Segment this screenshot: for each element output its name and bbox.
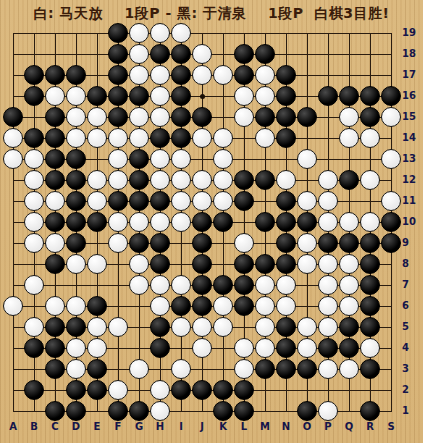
black-stone-F17	[108, 65, 128, 85]
white-stone-Q3	[339, 359, 359, 379]
white-stone-K17	[213, 65, 233, 85]
row-label-1: 1	[402, 405, 423, 416]
black-stone-F11	[108, 191, 128, 211]
white-stone-C9	[45, 233, 65, 253]
column-label-C: C	[45, 421, 65, 432]
black-stone-P16	[318, 86, 338, 106]
black-stone-N3	[276, 359, 296, 379]
black-stone-C1	[45, 401, 65, 421]
white-stone-K13	[213, 149, 233, 169]
white-stone-K6	[213, 296, 233, 316]
white-stone-G8	[129, 254, 149, 274]
black-stone-P4	[318, 338, 338, 358]
black-stone-R16	[360, 86, 380, 106]
white-stone-B9	[24, 233, 44, 253]
white-stone-M7	[255, 275, 275, 295]
white-stone-M16	[255, 86, 275, 106]
black-stone-R5	[360, 317, 380, 337]
black-stone-H4	[150, 338, 170, 358]
black-stone-N10	[276, 212, 296, 232]
white-stone-P10	[318, 212, 338, 232]
go-board-app: 白: 马天放 1段P - 黑: 于清泉 1段P 白棋3目胜! ABCDEFGHI…	[0, 0, 423, 443]
black-stone-M10	[255, 212, 275, 232]
black-stone-B2	[24, 380, 44, 400]
white-stone-J12	[192, 170, 212, 190]
white-stone-F13	[108, 149, 128, 169]
black-stone-N11	[276, 191, 296, 211]
white-stone-K14	[213, 128, 233, 148]
black-stone-J10	[192, 212, 212, 232]
white-stone-P5	[318, 317, 338, 337]
white-stone-M17	[255, 65, 275, 85]
white-stone-H1	[150, 401, 170, 421]
white-stone-M14	[255, 128, 275, 148]
star-point	[200, 94, 205, 99]
white-stone-P3	[318, 359, 338, 379]
white-stone-D6	[66, 296, 86, 316]
white-stone-R12	[360, 170, 380, 190]
black-stone-I17	[171, 65, 191, 85]
black-stone-N4	[276, 338, 296, 358]
white-stone-L9	[234, 233, 254, 253]
column-label-J: J	[192, 421, 212, 432]
black-stone-Q4	[339, 338, 359, 358]
row-label-5: 5	[402, 321, 423, 332]
black-stone-L1	[234, 401, 254, 421]
white-stone-I5	[171, 317, 191, 337]
black-stone-J7	[192, 275, 212, 295]
black-stone-E2	[87, 380, 107, 400]
black-stone-K2	[213, 380, 233, 400]
white-stone-E15	[87, 107, 107, 127]
black-stone-B17	[24, 65, 44, 85]
black-stone-S10	[381, 212, 401, 232]
white-stone-K11	[213, 191, 233, 211]
black-stone-H11	[150, 191, 170, 211]
white-stone-F5	[108, 317, 128, 337]
column-label-E: E	[87, 421, 107, 432]
black-stone-K1	[213, 401, 233, 421]
white-stone-Q10	[339, 212, 359, 232]
column-label-M: M	[255, 421, 275, 432]
black-stone-O10	[297, 212, 317, 232]
black-stone-D13	[66, 149, 86, 169]
white-stone-B5	[24, 317, 44, 337]
white-stone-R4	[360, 338, 380, 358]
white-stone-I3	[171, 359, 191, 379]
white-stone-G14	[129, 128, 149, 148]
white-stone-O4	[297, 338, 317, 358]
black-stone-L12	[234, 170, 254, 190]
black-stone-M3	[255, 359, 275, 379]
black-stone-G13	[129, 149, 149, 169]
white-stone-O8	[297, 254, 317, 274]
game-info-header: 白: 马天放 1段P - 黑: 于清泉 1段P 白棋3目胜!	[0, 2, 423, 24]
black-stone-F16	[108, 86, 128, 106]
white-stone-B7	[24, 275, 44, 295]
row-label-19: 19	[402, 27, 423, 38]
black-stone-I2	[171, 380, 191, 400]
column-label-I: I	[171, 421, 191, 432]
white-stone-O5	[297, 317, 317, 337]
black-stone-D11	[66, 191, 86, 211]
white-stone-L15	[234, 107, 254, 127]
black-stone-R6	[360, 296, 380, 316]
white-stone-O9	[297, 233, 317, 253]
white-stone-C6	[45, 296, 65, 316]
black-stone-O15	[297, 107, 317, 127]
black-stone-K7	[213, 275, 233, 295]
white-stone-H12	[150, 170, 170, 190]
black-stone-H9	[150, 233, 170, 253]
white-stone-M6	[255, 296, 275, 316]
white-stone-N6	[276, 296, 296, 316]
white-stone-D16	[66, 86, 86, 106]
white-stone-A14	[3, 128, 23, 148]
white-stone-H13	[150, 149, 170, 169]
column-label-A: A	[3, 421, 23, 432]
black-stone-N15	[276, 107, 296, 127]
white-stone-J11	[192, 191, 212, 211]
black-stone-D1	[66, 401, 86, 421]
white-stone-P1	[318, 401, 338, 421]
white-stone-H15	[150, 107, 170, 127]
black-stone-H5	[150, 317, 170, 337]
black-stone-N5	[276, 317, 296, 337]
black-stone-N9	[276, 233, 296, 253]
white-stone-H6	[150, 296, 170, 316]
white-stone-D4	[66, 338, 86, 358]
black-stone-R1	[360, 401, 380, 421]
white-stone-J14	[192, 128, 212, 148]
white-stone-S13	[381, 149, 401, 169]
white-stone-Q7	[339, 275, 359, 295]
white-stone-K12	[213, 170, 233, 190]
black-stone-I14	[171, 128, 191, 148]
black-stone-C10	[45, 212, 65, 232]
white-stone-J17	[192, 65, 212, 85]
black-stone-G1	[129, 401, 149, 421]
column-label-L: L	[234, 421, 254, 432]
black-stone-F15	[108, 107, 128, 127]
black-stone-D12	[66, 170, 86, 190]
row-label-10: 10	[402, 216, 423, 227]
black-stone-I18	[171, 44, 191, 64]
column-label-P: P	[318, 421, 338, 432]
white-stone-C11	[45, 191, 65, 211]
white-stone-G15	[129, 107, 149, 127]
black-stone-O1	[297, 401, 317, 421]
black-stone-M18	[255, 44, 275, 64]
white-stone-F14	[108, 128, 128, 148]
black-stone-C14	[45, 128, 65, 148]
row-label-15: 15	[402, 111, 423, 122]
black-stone-G12	[129, 170, 149, 190]
white-stone-E5	[87, 317, 107, 337]
black-stone-C12	[45, 170, 65, 190]
black-stone-I15	[171, 107, 191, 127]
white-stone-G7	[129, 275, 149, 295]
white-stone-L4	[234, 338, 254, 358]
white-stone-P11	[318, 191, 338, 211]
black-stone-Q16	[339, 86, 359, 106]
column-label-O: O	[297, 421, 317, 432]
row-label-12: 12	[402, 174, 423, 185]
black-stone-N16	[276, 86, 296, 106]
white-stone-P8	[318, 254, 338, 274]
black-stone-C13	[45, 149, 65, 169]
black-stone-S16	[381, 86, 401, 106]
white-stone-F2	[108, 380, 128, 400]
black-stone-E16	[87, 86, 107, 106]
row-label-18: 18	[402, 48, 423, 59]
black-stone-E3	[87, 359, 107, 379]
white-stone-B13	[24, 149, 44, 169]
white-stone-H19	[150, 23, 170, 43]
white-stone-E4	[87, 338, 107, 358]
white-stone-D8	[66, 254, 86, 274]
black-stone-L7	[234, 275, 254, 295]
row-label-13: 13	[402, 153, 423, 164]
white-stone-D14	[66, 128, 86, 148]
black-stone-G16	[129, 86, 149, 106]
black-stone-C15	[45, 107, 65, 127]
white-stone-Q8	[339, 254, 359, 274]
black-stone-R3	[360, 359, 380, 379]
white-stone-P6	[318, 296, 338, 316]
black-stone-M15	[255, 107, 275, 127]
black-stone-L17	[234, 65, 254, 85]
white-stone-O13	[297, 149, 317, 169]
white-stone-P7	[318, 275, 338, 295]
black-stone-L8	[234, 254, 254, 274]
column-label-D: D	[66, 421, 86, 432]
column-label-F: F	[108, 421, 128, 432]
black-stone-B14	[24, 128, 44, 148]
black-stone-E6	[87, 296, 107, 316]
row-label-9: 9	[402, 237, 423, 248]
white-stone-I19	[171, 23, 191, 43]
column-label-K: K	[213, 421, 233, 432]
white-stone-S15	[381, 107, 401, 127]
white-stone-Q14	[339, 128, 359, 148]
black-stone-I16	[171, 86, 191, 106]
black-stone-N14	[276, 128, 296, 148]
black-stone-B16	[24, 86, 44, 106]
black-stone-D5	[66, 317, 86, 337]
row-label-17: 17	[402, 69, 423, 80]
white-stone-J18	[192, 44, 212, 64]
black-stone-J15	[192, 107, 212, 127]
white-stone-F9	[108, 233, 128, 253]
row-label-6: 6	[402, 300, 423, 311]
column-label-H: H	[150, 421, 170, 432]
black-stone-D9	[66, 233, 86, 253]
white-stone-B10	[24, 212, 44, 232]
white-stone-D15	[66, 107, 86, 127]
black-stone-F1	[108, 401, 128, 421]
black-stone-J8	[192, 254, 212, 274]
black-stone-D10	[66, 212, 86, 232]
black-stone-C3	[45, 359, 65, 379]
white-stone-G3	[129, 359, 149, 379]
black-stone-C8	[45, 254, 65, 274]
black-stone-I6	[171, 296, 191, 316]
row-label-3: 3	[402, 363, 423, 374]
black-stone-J9	[192, 233, 212, 253]
row-label-14: 14	[402, 132, 423, 143]
white-stone-B12	[24, 170, 44, 190]
white-stone-F12	[108, 170, 128, 190]
row-label-2: 2	[402, 384, 423, 395]
black-stone-S9	[381, 233, 401, 253]
black-stone-M12	[255, 170, 275, 190]
white-stone-B11	[24, 191, 44, 211]
white-stone-P12	[318, 170, 338, 190]
black-stone-R8	[360, 254, 380, 274]
white-stone-H7	[150, 275, 170, 295]
black-stone-H18	[150, 44, 170, 64]
white-stone-F10	[108, 212, 128, 232]
black-stone-N17	[276, 65, 296, 85]
black-stone-J6	[192, 296, 212, 316]
white-stone-L16	[234, 86, 254, 106]
white-stone-H16	[150, 86, 170, 106]
white-stone-A13	[3, 149, 23, 169]
black-stone-L6	[234, 296, 254, 316]
column-label-N: N	[276, 421, 296, 432]
white-stone-O11	[297, 191, 317, 211]
row-label-8: 8	[402, 258, 423, 269]
black-stone-D17	[66, 65, 86, 85]
black-stone-C4	[45, 338, 65, 358]
column-label-Q: Q	[339, 421, 359, 432]
black-stone-C17	[45, 65, 65, 85]
black-stone-G9	[129, 233, 149, 253]
white-stone-E8	[87, 254, 107, 274]
black-stone-E10	[87, 212, 107, 232]
white-stone-S11	[381, 191, 401, 211]
white-stone-Q15	[339, 107, 359, 127]
white-stone-I10	[171, 212, 191, 232]
black-stone-K10	[213, 212, 233, 232]
black-stone-N8	[276, 254, 296, 274]
black-stone-Q9	[339, 233, 359, 253]
white-stone-I11	[171, 191, 191, 211]
white-stone-I7	[171, 275, 191, 295]
white-stone-I13	[171, 149, 191, 169]
column-label-B: B	[24, 421, 44, 432]
black-stone-H14	[150, 128, 170, 148]
white-stone-G18	[129, 44, 149, 64]
black-stone-F18	[108, 44, 128, 64]
white-stone-H10	[150, 212, 170, 232]
row-label-16: 16	[402, 90, 423, 101]
white-stone-E12	[87, 170, 107, 190]
white-stone-Q6	[339, 296, 359, 316]
white-stone-G17	[129, 65, 149, 85]
white-stone-M5	[255, 317, 275, 337]
black-stone-L11	[234, 191, 254, 211]
white-stone-D3	[66, 359, 86, 379]
row-label-7: 7	[402, 279, 423, 290]
black-stone-R15	[360, 107, 380, 127]
row-label-11: 11	[402, 195, 423, 206]
black-stone-R9	[360, 233, 380, 253]
white-stone-H2	[150, 380, 170, 400]
black-stone-M8	[255, 254, 275, 274]
white-stone-C16	[45, 86, 65, 106]
black-stone-F19	[108, 23, 128, 43]
white-stone-K5	[213, 317, 233, 337]
black-stone-C5	[45, 317, 65, 337]
white-stone-R14	[360, 128, 380, 148]
black-stone-J2	[192, 380, 212, 400]
white-stone-E14	[87, 128, 107, 148]
black-stone-R7	[360, 275, 380, 295]
white-stone-L3	[234, 359, 254, 379]
white-stone-H17	[150, 65, 170, 85]
column-label-R: R	[360, 421, 380, 432]
black-stone-A15	[3, 107, 23, 127]
black-stone-O3	[297, 359, 317, 379]
row-label-4: 4	[402, 342, 423, 353]
white-stone-J5	[192, 317, 212, 337]
white-stone-A6	[3, 296, 23, 316]
white-stone-M4	[255, 338, 275, 358]
black-stone-L18	[234, 44, 254, 64]
column-label-G: G	[129, 421, 149, 432]
white-stone-I12	[171, 170, 191, 190]
black-stone-L2	[234, 380, 254, 400]
black-stone-D2	[66, 380, 86, 400]
white-stone-N7	[276, 275, 296, 295]
black-stone-G11	[129, 191, 149, 211]
column-label-S: S	[381, 421, 401, 432]
white-stone-E11	[87, 191, 107, 211]
white-stone-J4	[192, 338, 212, 358]
white-stone-G19	[129, 23, 149, 43]
white-stone-R10	[360, 212, 380, 232]
white-stone-G10	[129, 212, 149, 232]
white-stone-N12	[276, 170, 296, 190]
black-stone-B4	[24, 338, 44, 358]
black-stone-Q5	[339, 317, 359, 337]
black-stone-Q12	[339, 170, 359, 190]
black-stone-H8	[150, 254, 170, 274]
black-stone-P9	[318, 233, 338, 253]
